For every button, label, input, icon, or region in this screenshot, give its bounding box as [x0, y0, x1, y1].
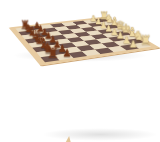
board-square: ♜	[132, 42, 151, 48]
flap-wood-frame	[34, 132, 88, 142]
view-half-folded: ♜♞♝♛♚♝♞♜♟♟♟♟♟♟♟♟♟♟♟♟♟♟♟♟♜♞♝♛♚♝♞♜	[0, 64, 160, 142]
board-square: ♚	[114, 31, 131, 36]
chess-board-open: ♜♟♟♜♞♟♟♞♝♟♟♝♛♟♟♛♚♟♟♚♝♟♟♝♞♟♟♞♜♟♟♜	[9, 16, 160, 65]
chess-piece-light-rook: ♜	[137, 34, 154, 48]
chess-board-grid: ♜♟♟♜♞♟♟♞♝♟♟♝♛♟♟♛♚♟♟♚♝♟♟♝♞♟♟♞♜♟♟♜	[15, 18, 151, 62]
product-photo-chess-set: ♜♟♟♜♞♟♟♞♝♟♟♝♛♟♟♛♚♟♟♚♝♟♟♝♞♟♟♞♜♟♟♜ ♜♞♝♛♚♝♞…	[0, 0, 160, 142]
folded-flap	[34, 132, 88, 142]
view-open-board: ♜♟♟♜♞♟♟♞♝♟♟♝♛♟♟♛♚♟♟♚♝♟♟♝♞♟♟♞♜♟♟♜	[0, 0, 160, 74]
chess-piece-light-rook: ♜	[97, 10, 111, 22]
chess-piece-light-knight: ♞	[130, 30, 147, 44]
chess-piece-light-bishop: ♝	[124, 26, 140, 39]
flap-felt-interior	[34, 132, 88, 142]
board-square: ♟	[120, 44, 139, 50]
